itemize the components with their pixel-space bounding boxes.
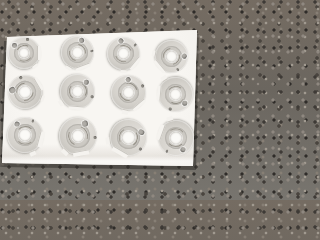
disc-notch-small — [32, 63, 39, 70]
disc — [156, 75, 194, 113]
disc-notch-small — [121, 108, 128, 114]
disc-pin-hole — [31, 119, 35, 123]
disc — [3, 113, 47, 157]
disc-offset-hole — [12, 43, 17, 48]
disc-pin-hole — [93, 136, 97, 140]
disc-pin-hole — [140, 83, 144, 87]
disc — [153, 115, 199, 161]
disc-notch — [72, 150, 89, 157]
disc-pin-hole — [165, 149, 169, 153]
disc-offset-hole — [82, 120, 89, 127]
disc — [148, 33, 194, 79]
disc — [8, 37, 40, 69]
disc-notch — [37, 131, 45, 147]
disc-notch-small — [61, 148, 69, 156]
disc-notch-small — [120, 69, 126, 74]
disc-pin-hole — [26, 38, 29, 41]
disc-pin-hole — [138, 146, 142, 150]
disc-notch-small — [64, 64, 71, 71]
disc-offset-hole — [180, 146, 187, 153]
disc-offset-hole — [83, 79, 89, 85]
disc-pin-hole — [19, 76, 23, 80]
disc — [100, 30, 146, 76]
disc — [103, 67, 152, 116]
disc-layer — [0, 0, 200, 200]
disc-pin-hole — [133, 43, 137, 47]
disc-notch-small — [39, 95, 45, 102]
disc-notch — [156, 85, 161, 101]
disc-notch-small — [151, 50, 156, 57]
disc — [103, 112, 154, 163]
disc — [2, 69, 48, 115]
disc-notch — [37, 46, 41, 60]
disc-pin-hole — [168, 107, 171, 110]
disc-pin-hole — [175, 67, 179, 71]
disc-offset-hole — [182, 100, 188, 106]
disc-notch-small — [58, 98, 65, 106]
disc-pin-hole — [90, 95, 93, 98]
photo-canvas: { "game": "none — overhead photo of a pa… — [0, 0, 200, 200]
disc-notch-small — [29, 149, 37, 156]
disc-pin-hole — [90, 49, 93, 52]
disc-notch — [68, 104, 84, 109]
disc-notch-small — [105, 137, 111, 144]
disc — [56, 114, 100, 158]
disc — [58, 72, 96, 110]
disc-notch-small — [165, 116, 173, 122]
disc — [56, 31, 98, 73]
disc-notch-small — [160, 75, 168, 82]
